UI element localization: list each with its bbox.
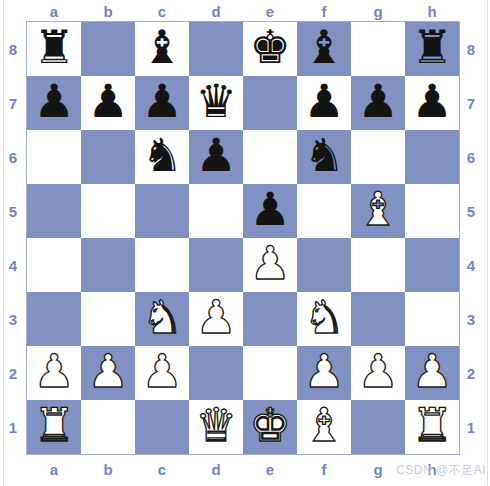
white-pawn[interactable]: ♟: [33, 348, 74, 394]
square-d7[interactable]: ♛: [189, 76, 243, 130]
black-pawn[interactable]: ♟: [249, 186, 290, 232]
rank-labels-right: 87654321: [456, 22, 486, 454]
black-knight[interactable]: ♞: [303, 132, 344, 178]
black-pawn[interactable]: ♟: [33, 78, 74, 124]
square-b2[interactable]: ♟: [81, 346, 135, 400]
square-b7[interactable]: ♟: [81, 76, 135, 130]
square-c7[interactable]: ♟: [135, 76, 189, 130]
square-h6[interactable]: [405, 130, 459, 184]
right-edge-line: [487, 0, 488, 486]
square-c8[interactable]: ♝: [135, 22, 189, 76]
square-f4[interactable]: [297, 238, 351, 292]
rank-label-1: 1: [456, 400, 486, 454]
rank-label-8: 8: [456, 22, 486, 76]
black-pawn[interactable]: ♟: [411, 78, 452, 124]
square-c1[interactable]: [135, 400, 189, 454]
square-h1[interactable]: ♜: [405, 400, 459, 454]
square-g7[interactable]: ♟: [351, 76, 405, 130]
square-f8[interactable]: ♝: [297, 22, 351, 76]
black-pawn[interactable]: ♟: [195, 132, 236, 178]
black-king[interactable]: ♚: [249, 24, 290, 70]
file-label-c: c: [135, 461, 189, 478]
black-rook[interactable]: ♜: [33, 24, 74, 70]
square-c6[interactable]: ♞: [135, 130, 189, 184]
square-e4[interactable]: ♟: [243, 238, 297, 292]
square-b6[interactable]: [81, 130, 135, 184]
rank-label-5: 5: [456, 184, 486, 238]
rank-labels-left: 87654321: [0, 22, 26, 454]
black-pawn[interactable]: ♟: [87, 78, 128, 124]
white-pawn[interactable]: ♟: [195, 294, 236, 340]
black-knight[interactable]: ♞: [141, 132, 182, 178]
square-b5[interactable]: [81, 184, 135, 238]
white-pawn[interactable]: ♟: [303, 348, 344, 394]
white-knight[interactable]: ♞: [141, 294, 182, 340]
white-pawn[interactable]: ♟: [357, 348, 398, 394]
white-rook[interactable]: ♜: [33, 402, 74, 448]
file-label-d: d: [189, 3, 243, 20]
black-bishop[interactable]: ♝: [303, 24, 344, 70]
square-c5[interactable]: [135, 184, 189, 238]
rank-label-4: 4: [0, 238, 26, 292]
file-label-b: b: [81, 3, 135, 20]
square-c4[interactable]: [135, 238, 189, 292]
square-d6[interactable]: ♟: [189, 130, 243, 184]
chess-diagram-page: abcdefgh 87654321 ♜♝♚♝♜♟♟♟♛♟♟♟♞♟♞♟♝♟♞♟♞♟…: [0, 0, 490, 486]
rank-label-5: 5: [0, 184, 26, 238]
white-king[interactable]: ♚: [249, 402, 290, 448]
file-label-d: d: [189, 461, 243, 478]
square-e7[interactable]: [243, 76, 297, 130]
file-label-e: e: [243, 461, 297, 478]
square-a8[interactable]: ♜: [27, 22, 81, 76]
square-h5[interactable]: [405, 184, 459, 238]
square-e2[interactable]: [243, 346, 297, 400]
square-c3[interactable]: ♞: [135, 292, 189, 346]
white-queen[interactable]: ♛: [195, 402, 236, 448]
square-b4[interactable]: [81, 238, 135, 292]
square-g2[interactable]: ♟: [351, 346, 405, 400]
square-e5[interactable]: ♟: [243, 184, 297, 238]
square-d4[interactable]: [189, 238, 243, 292]
black-rook[interactable]: ♜: [411, 24, 452, 70]
square-h4[interactable]: [405, 238, 459, 292]
rank-label-8: 8: [0, 22, 26, 76]
rank-label-6: 6: [456, 130, 486, 184]
square-e3[interactable]: [243, 292, 297, 346]
square-f7[interactable]: ♟: [297, 76, 351, 130]
rank-label-3: 3: [456, 292, 486, 346]
square-f5[interactable]: [297, 184, 351, 238]
black-queen[interactable]: ♛: [195, 78, 236, 124]
square-h3[interactable]: [405, 292, 459, 346]
square-d3[interactable]: ♟: [189, 292, 243, 346]
square-a3[interactable]: [27, 292, 81, 346]
black-pawn[interactable]: ♟: [357, 78, 398, 124]
file-label-f: f: [297, 461, 351, 478]
square-b1[interactable]: [81, 400, 135, 454]
square-g6[interactable]: [351, 130, 405, 184]
square-g4[interactable]: [351, 238, 405, 292]
file-label-g: g: [351, 3, 405, 20]
rank-label-7: 7: [0, 76, 26, 130]
file-label-a: a: [27, 3, 81, 20]
white-knight[interactable]: ♞: [303, 294, 344, 340]
square-d8[interactable]: [189, 22, 243, 76]
rank-label-3: 3: [0, 292, 26, 346]
square-h7[interactable]: ♟: [405, 76, 459, 130]
file-label-e: e: [243, 3, 297, 20]
black-pawn[interactable]: ♟: [303, 78, 344, 124]
square-a2[interactable]: ♟: [27, 346, 81, 400]
rank-label-4: 4: [456, 238, 486, 292]
square-a1[interactable]: ♜: [27, 400, 81, 454]
square-f2[interactable]: ♟: [297, 346, 351, 400]
square-h2[interactable]: ♟: [405, 346, 459, 400]
rank-label-7: 7: [456, 76, 486, 130]
square-g8[interactable]: [351, 22, 405, 76]
watermark: CSDN @不足AI: [396, 462, 486, 479]
file-labels-top: abcdefgh: [27, 1, 459, 21]
chessboard: ♜♝♚♝♜♟♟♟♛♟♟♟♞♟♞♟♝♟♞♟♞♟♟♟♟♟♟♜♛♚♝♜: [26, 21, 460, 455]
square-e1[interactable]: ♚: [243, 400, 297, 454]
square-a5[interactable]: [27, 184, 81, 238]
file-label-f: f: [297, 3, 351, 20]
square-f6[interactable]: ♞: [297, 130, 351, 184]
white-pawn[interactable]: ♟: [87, 348, 128, 394]
square-e6[interactable]: [243, 130, 297, 184]
white-bishop[interactable]: ♝: [357, 186, 398, 232]
white-pawn[interactable]: ♟: [249, 240, 290, 286]
rank-label-6: 6: [0, 130, 26, 184]
white-pawn[interactable]: ♟: [411, 348, 452, 394]
file-labels-bottom: abcdefgh: [27, 459, 459, 479]
black-pawn[interactable]: ♟: [141, 78, 182, 124]
square-d2[interactable]: [189, 346, 243, 400]
square-f1[interactable]: ♝: [297, 400, 351, 454]
rank-label-1: 1: [0, 400, 26, 454]
square-g1[interactable]: [351, 400, 405, 454]
file-label-b: b: [81, 461, 135, 478]
square-c2[interactable]: ♟: [135, 346, 189, 400]
square-a7[interactable]: ♟: [27, 76, 81, 130]
rank-label-2: 2: [0, 346, 26, 400]
square-b3[interactable]: [81, 292, 135, 346]
square-g5[interactable]: ♝: [351, 184, 405, 238]
white-rook[interactable]: ♜: [411, 402, 452, 448]
square-a6[interactable]: [27, 130, 81, 184]
square-g3[interactable]: [351, 292, 405, 346]
square-e8[interactable]: ♚: [243, 22, 297, 76]
square-d1[interactable]: ♛: [189, 400, 243, 454]
file-label-h: h: [405, 3, 459, 20]
square-h8[interactable]: ♜: [405, 22, 459, 76]
square-d5[interactable]: [189, 184, 243, 238]
rank-label-2: 2: [456, 346, 486, 400]
white-pawn[interactable]: ♟: [141, 348, 182, 394]
square-f3[interactable]: ♞: [297, 292, 351, 346]
file-label-a: a: [27, 461, 81, 478]
file-label-c: c: [135, 3, 189, 20]
black-bishop[interactable]: ♝: [141, 24, 182, 70]
square-b8[interactable]: [81, 22, 135, 76]
square-a4[interactable]: [27, 238, 81, 292]
white-bishop[interactable]: ♝: [303, 402, 344, 448]
